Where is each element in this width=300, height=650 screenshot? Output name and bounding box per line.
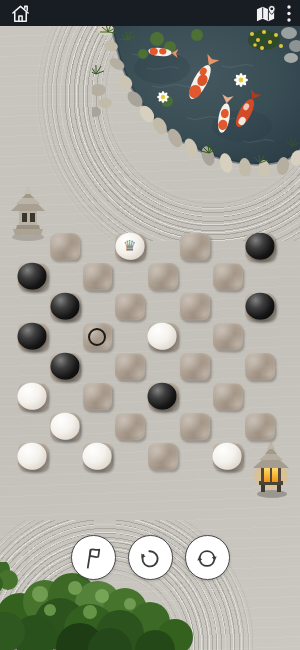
square-r1c4[interactable]: ♛ bbox=[114, 232, 147, 262]
white-king-piece[interactable]: ♛ bbox=[115, 233, 144, 260]
square-r5c3 bbox=[81, 352, 114, 382]
square-r7c1 bbox=[16, 412, 49, 442]
app-screen: ♛ bbox=[0, 0, 300, 650]
white-piece[interactable] bbox=[148, 323, 177, 350]
square-r3c8[interactable] bbox=[244, 292, 277, 322]
stone-tile bbox=[212, 323, 242, 351]
square-r8c3[interactable] bbox=[81, 442, 114, 472]
square-r7c2[interactable] bbox=[49, 412, 82, 442]
stone-tile bbox=[83, 263, 113, 290]
square-r8c5[interactable] bbox=[146, 442, 179, 472]
square-r6c1[interactable] bbox=[16, 382, 49, 412]
square-r2c1[interactable] bbox=[16, 262, 49, 292]
white-piece[interactable] bbox=[50, 413, 79, 440]
square-r7c3 bbox=[81, 412, 114, 442]
white-piece[interactable] bbox=[83, 443, 112, 470]
square-r4c2 bbox=[49, 322, 82, 352]
square-r7c6[interactable] bbox=[179, 412, 212, 442]
square-r8c7[interactable] bbox=[211, 442, 244, 472]
stone-tile bbox=[245, 353, 275, 381]
stone-tile bbox=[115, 293, 145, 321]
map-location-icon bbox=[256, 4, 277, 23]
square-r1c8[interactable] bbox=[244, 232, 277, 262]
square-r8c4 bbox=[114, 442, 147, 472]
square-r6c5[interactable] bbox=[146, 382, 179, 412]
white-piece[interactable] bbox=[213, 443, 242, 470]
black-piece[interactable] bbox=[245, 293, 274, 320]
square-r2c7[interactable] bbox=[211, 262, 244, 292]
home-button[interactable] bbox=[9, 2, 32, 25]
square-r6c8 bbox=[244, 382, 277, 412]
white-piece[interactable] bbox=[18, 443, 47, 470]
stone-tile bbox=[115, 353, 145, 381]
square-r8c1[interactable] bbox=[16, 442, 49, 472]
square-r4c3[interactable] bbox=[81, 322, 114, 352]
overflow-menu-icon bbox=[286, 4, 292, 23]
square-r7c8[interactable] bbox=[244, 412, 277, 442]
square-r6c3[interactable] bbox=[81, 382, 114, 412]
square-r6c6 bbox=[179, 382, 212, 412]
water-lily-2 bbox=[234, 73, 248, 87]
stone-tile bbox=[245, 413, 275, 441]
stone-tile bbox=[83, 383, 113, 410]
square-r2c3[interactable] bbox=[81, 262, 114, 292]
square-r4c6 bbox=[179, 322, 212, 352]
square-r5c1 bbox=[16, 352, 49, 382]
square-r4c4 bbox=[114, 322, 147, 352]
undo-button[interactable] bbox=[128, 535, 173, 580]
square-r5c6[interactable] bbox=[179, 352, 212, 382]
square-r2c8 bbox=[244, 262, 277, 292]
square-r1c1 bbox=[16, 232, 49, 262]
square-r5c2[interactable] bbox=[49, 352, 82, 382]
square-r4c7[interactable] bbox=[211, 322, 244, 352]
square-r3c3 bbox=[81, 292, 114, 322]
stone-tile bbox=[115, 413, 145, 441]
black-piece[interactable] bbox=[50, 293, 79, 320]
square-r4c8 bbox=[244, 322, 277, 352]
menu-button[interactable] bbox=[286, 4, 292, 23]
flag-icon bbox=[80, 545, 106, 571]
square-r1c7 bbox=[211, 232, 244, 262]
top-bar bbox=[0, 0, 300, 26]
square-r3c6[interactable] bbox=[179, 292, 212, 322]
square-r3c1 bbox=[16, 292, 49, 322]
stone-tile bbox=[147, 263, 177, 291]
square-r7c4[interactable] bbox=[114, 412, 147, 442]
black-piece[interactable] bbox=[148, 383, 177, 410]
control-bar bbox=[0, 535, 300, 580]
square-r1c3 bbox=[81, 232, 114, 262]
black-piece[interactable] bbox=[18, 263, 47, 290]
square-r3c5 bbox=[146, 292, 179, 322]
stone-tile bbox=[50, 233, 80, 261]
koi-pond bbox=[92, 26, 300, 176]
square-r5c4[interactable] bbox=[114, 352, 147, 382]
square-r2c6 bbox=[179, 262, 212, 292]
square-r2c5[interactable] bbox=[146, 262, 179, 292]
square-r1c6[interactable] bbox=[179, 232, 212, 262]
stone-tile bbox=[212, 383, 242, 411]
stone-tile bbox=[180, 413, 210, 440]
redo-icon bbox=[194, 545, 220, 571]
home-icon bbox=[9, 2, 32, 25]
square-r8c2 bbox=[49, 442, 82, 472]
stone-tile bbox=[180, 353, 210, 380]
square-r2c2 bbox=[49, 262, 82, 292]
map-button[interactable] bbox=[256, 4, 277, 23]
stone-tile bbox=[180, 233, 210, 260]
square-r6c2 bbox=[49, 382, 82, 412]
square-r3c2[interactable] bbox=[49, 292, 82, 322]
black-piece[interactable] bbox=[18, 323, 47, 350]
square-r7c5 bbox=[146, 412, 179, 442]
move-target-marker bbox=[88, 328, 106, 346]
square-r4c5[interactable] bbox=[146, 322, 179, 352]
square-r1c2[interactable] bbox=[49, 232, 82, 262]
restart-button[interactable] bbox=[185, 535, 230, 580]
square-r7c7 bbox=[211, 412, 244, 442]
stone-tile bbox=[147, 443, 177, 471]
white-piece[interactable] bbox=[18, 383, 47, 410]
square-r3c7 bbox=[211, 292, 244, 322]
square-r2c4 bbox=[114, 262, 147, 292]
square-r1c5 bbox=[146, 232, 179, 262]
square-r5c5 bbox=[146, 352, 179, 382]
black-piece[interactable] bbox=[50, 353, 79, 380]
stone-tile bbox=[212, 263, 242, 291]
square-r5c8[interactable] bbox=[244, 352, 277, 382]
square-r8c6 bbox=[179, 442, 212, 472]
square-r3c4[interactable] bbox=[114, 292, 147, 322]
square-r5c7 bbox=[211, 352, 244, 382]
square-r8c8 bbox=[244, 442, 277, 472]
square-r6c7[interactable] bbox=[211, 382, 244, 412]
square-r6c4 bbox=[114, 382, 147, 412]
stone-tile bbox=[180, 293, 210, 320]
resign-button[interactable] bbox=[71, 535, 116, 580]
square-r4c1[interactable] bbox=[16, 322, 49, 352]
black-piece[interactable] bbox=[245, 233, 274, 260]
undo-icon bbox=[137, 545, 163, 571]
board: ♛ bbox=[16, 232, 276, 472]
